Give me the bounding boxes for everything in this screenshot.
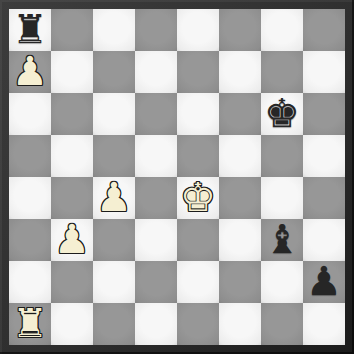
square-a8[interactable]: ♜: [9, 9, 51, 51]
square-a6[interactable]: [9, 93, 51, 135]
square-f4[interactable]: [219, 177, 261, 219]
square-c7[interactable]: [93, 51, 135, 93]
square-e8[interactable]: [177, 9, 219, 51]
square-d3[interactable]: [135, 219, 177, 261]
square-f3[interactable]: [219, 219, 261, 261]
square-d1[interactable]: [135, 303, 177, 345]
square-g4[interactable]: [261, 177, 303, 219]
piece-black-rook[interactable]: ♜: [12, 8, 48, 50]
square-c5[interactable]: [93, 135, 135, 177]
square-e1[interactable]: [177, 303, 219, 345]
square-h4[interactable]: [303, 177, 345, 219]
square-c3[interactable]: [93, 219, 135, 261]
square-h3[interactable]: [303, 219, 345, 261]
square-d7[interactable]: [135, 51, 177, 93]
square-f6[interactable]: [219, 93, 261, 135]
square-e5[interactable]: [177, 135, 219, 177]
square-c1[interactable]: [93, 303, 135, 345]
square-h8[interactable]: [303, 9, 345, 51]
square-f1[interactable]: [219, 303, 261, 345]
square-c4[interactable]: ♟: [93, 177, 135, 219]
square-a3[interactable]: [9, 219, 51, 261]
piece-white-pawn[interactable]: ♟: [54, 218, 90, 260]
square-e7[interactable]: [177, 51, 219, 93]
square-f7[interactable]: [219, 51, 261, 93]
square-a7[interactable]: ♟: [9, 51, 51, 93]
piece-white-king[interactable]: ♚: [180, 176, 216, 218]
piece-black-king[interactable]: ♚: [264, 92, 300, 134]
square-e3[interactable]: [177, 219, 219, 261]
square-b8[interactable]: [51, 9, 93, 51]
square-b2[interactable]: [51, 261, 93, 303]
square-g1[interactable]: [261, 303, 303, 345]
square-b5[interactable]: [51, 135, 93, 177]
square-g7[interactable]: [261, 51, 303, 93]
square-g5[interactable]: [261, 135, 303, 177]
square-g8[interactable]: [261, 9, 303, 51]
square-d5[interactable]: [135, 135, 177, 177]
square-d6[interactable]: [135, 93, 177, 135]
square-a5[interactable]: [9, 135, 51, 177]
square-d2[interactable]: [135, 261, 177, 303]
square-c2[interactable]: [93, 261, 135, 303]
chess-board: ♜♟♚♟♚♟♝♟♜: [9, 9, 345, 345]
square-b1[interactable]: [51, 303, 93, 345]
square-a1[interactable]: ♜: [9, 303, 51, 345]
square-h2[interactable]: ♟: [303, 261, 345, 303]
square-f8[interactable]: [219, 9, 261, 51]
board-frame: ♜♟♚♟♚♟♝♟♜: [0, 0, 354, 354]
square-f2[interactable]: [219, 261, 261, 303]
square-c8[interactable]: [93, 9, 135, 51]
square-a4[interactable]: [9, 177, 51, 219]
square-h6[interactable]: [303, 93, 345, 135]
square-d8[interactable]: [135, 9, 177, 51]
square-d4[interactable]: [135, 177, 177, 219]
square-b7[interactable]: [51, 51, 93, 93]
square-g6[interactable]: ♚: [261, 93, 303, 135]
square-f5[interactable]: [219, 135, 261, 177]
piece-white-rook[interactable]: ♜: [12, 302, 48, 344]
square-h7[interactable]: [303, 51, 345, 93]
piece-white-pawn[interactable]: ♟: [12, 50, 48, 92]
square-g3[interactable]: ♝: [261, 219, 303, 261]
piece-white-pawn[interactable]: ♟: [96, 176, 132, 218]
square-b6[interactable]: [51, 93, 93, 135]
piece-black-bishop[interactable]: ♝: [264, 218, 300, 260]
square-e4[interactable]: ♚: [177, 177, 219, 219]
square-b3[interactable]: ♟: [51, 219, 93, 261]
square-h1[interactable]: [303, 303, 345, 345]
square-b4[interactable]: [51, 177, 93, 219]
square-e6[interactable]: [177, 93, 219, 135]
square-c6[interactable]: [93, 93, 135, 135]
piece-black-pawn[interactable]: ♟: [306, 260, 342, 302]
square-a2[interactable]: [9, 261, 51, 303]
square-g2[interactable]: [261, 261, 303, 303]
square-e2[interactable]: [177, 261, 219, 303]
square-h5[interactable]: [303, 135, 345, 177]
